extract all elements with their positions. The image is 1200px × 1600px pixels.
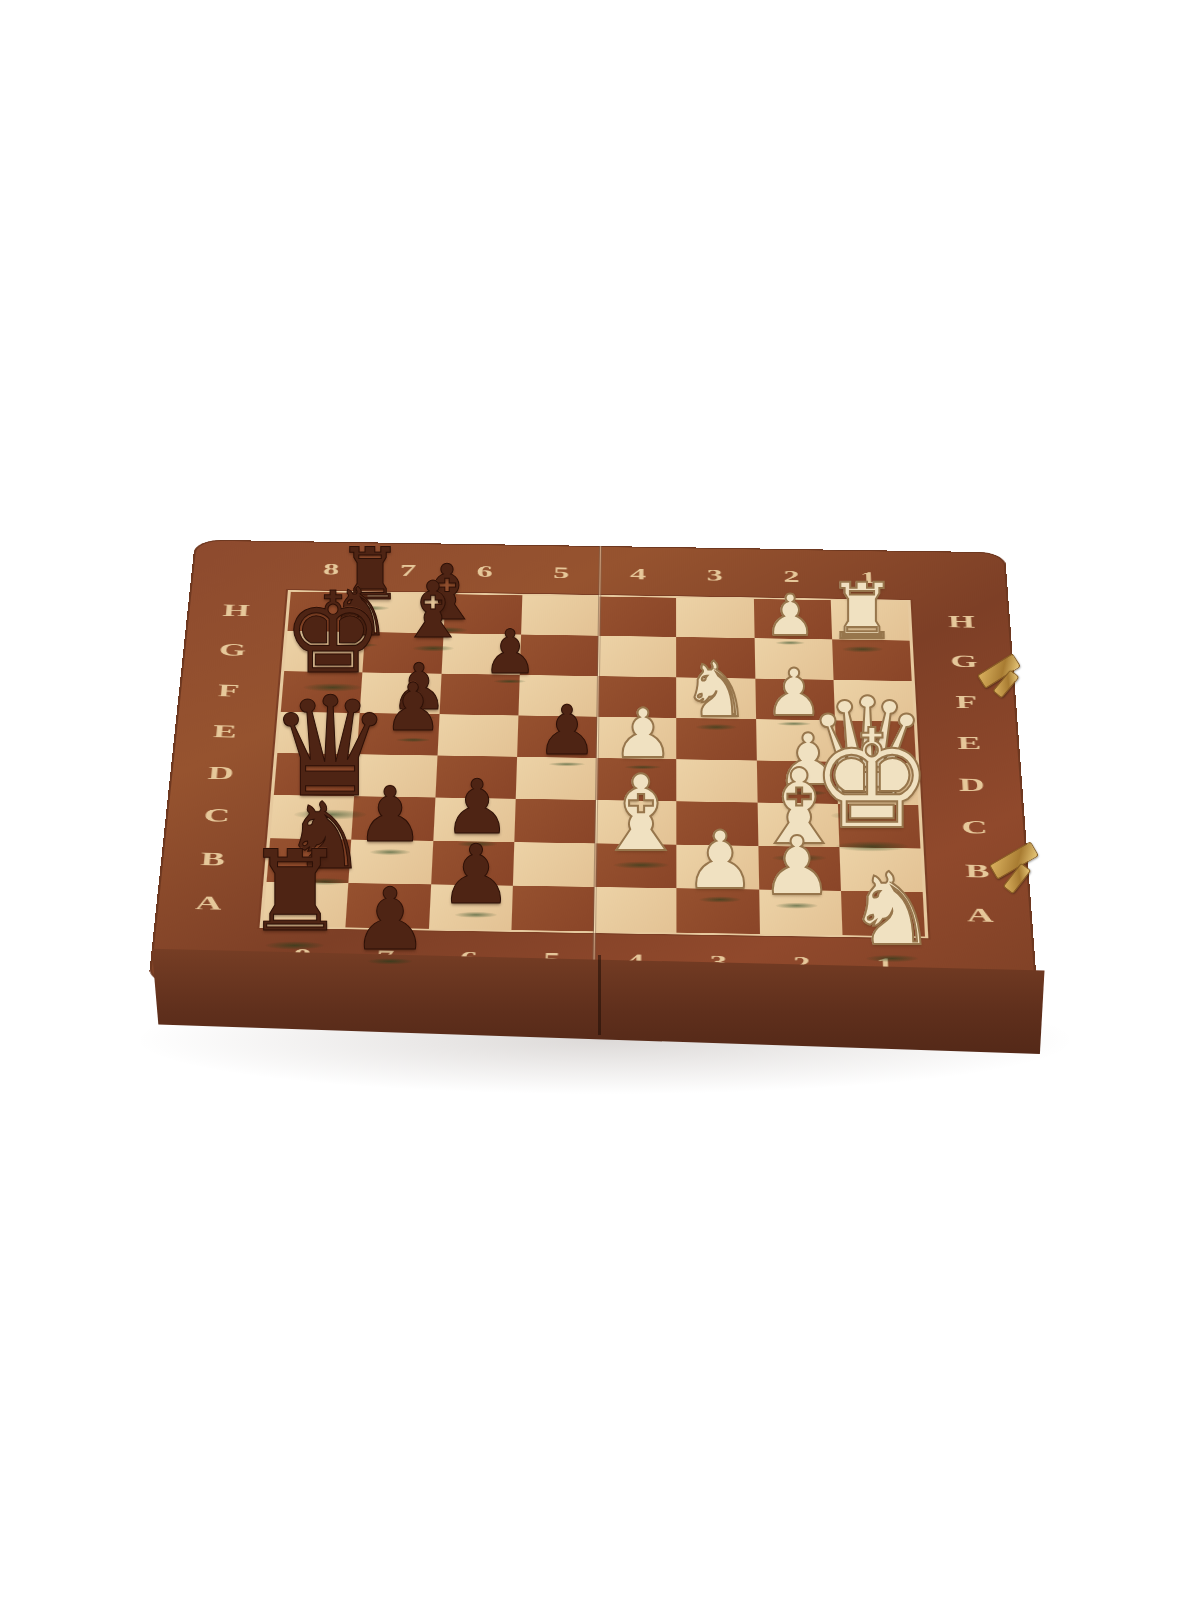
piece-white-knight-a1[interactable]: ♞ bbox=[847, 860, 937, 960]
file-label-left-d: D bbox=[207, 762, 235, 783]
piece-white-pawn-b2[interactable]: ♟ bbox=[761, 826, 834, 907]
square-h4[interactable] bbox=[599, 597, 677, 638]
file-label-right-b: B bbox=[964, 860, 990, 882]
file-label-right-h: H bbox=[947, 612, 975, 632]
felt-shadow bbox=[368, 958, 413, 964]
file-label-right-f: F bbox=[955, 692, 978, 713]
piece-white-knight-f3[interactable]: ♞ bbox=[682, 652, 750, 728]
square-a4[interactable] bbox=[594, 887, 677, 933]
file-label-left-h: H bbox=[222, 600, 251, 620]
file-label-left-c: C bbox=[203, 805, 231, 827]
square-b5[interactable] bbox=[513, 842, 596, 887]
rank-label-back-5: 5 bbox=[553, 563, 570, 582]
piece-black-pawn-b6[interactable]: ♟ bbox=[439, 834, 513, 916]
square-h3[interactable] bbox=[676, 598, 754, 639]
square-c5[interactable] bbox=[514, 799, 596, 843]
piece-white-pawn-h2[interactable]: ♟ bbox=[764, 587, 815, 644]
felt-shadow bbox=[775, 641, 805, 645]
piece-white-bishop-c4[interactable]: ♝ bbox=[594, 762, 688, 867]
rank-label-back-4: 4 bbox=[630, 564, 646, 583]
file-label-left-f: F bbox=[217, 680, 240, 701]
square-e6[interactable] bbox=[437, 714, 518, 757]
file-label-right-c: C bbox=[961, 817, 988, 839]
piece-black-bishop-h7[interactable]: ♝ bbox=[398, 571, 468, 649]
felt-shadow bbox=[842, 646, 882, 651]
piece-black-rook-a8[interactable]: ♜ bbox=[245, 835, 345, 947]
square-d3[interactable] bbox=[676, 759, 757, 802]
felt-shadow bbox=[696, 724, 736, 729]
file-label-left-b: B bbox=[200, 848, 226, 870]
file-label-right-d: D bbox=[958, 774, 985, 795]
felt-shadow bbox=[614, 861, 669, 868]
felt-shadow bbox=[866, 955, 918, 962]
piece-white-pawn-b3[interactable]: ♟ bbox=[684, 821, 756, 901]
felt-shadow bbox=[370, 849, 410, 854]
file-label-right-g: G bbox=[950, 651, 978, 671]
rank-label-back-3: 3 bbox=[707, 565, 723, 584]
felt-shadow bbox=[396, 738, 430, 743]
piece-black-pawn-a7[interactable]: ♟ bbox=[351, 876, 428, 962]
piece-white-rook-h1[interactable]: ♜ bbox=[827, 573, 896, 650]
file-label-right-a: A bbox=[966, 904, 994, 927]
piece-black-pawn-g6[interactable]: ♟ bbox=[483, 621, 538, 682]
file-label-left-g: G bbox=[218, 640, 247, 660]
felt-shadow bbox=[455, 912, 498, 918]
square-g4[interactable] bbox=[598, 636, 676, 677]
file-label-left-a: A bbox=[194, 892, 223, 915]
file-label-left-e: E bbox=[212, 721, 238, 742]
felt-shadow bbox=[836, 842, 907, 852]
file-label-right-e: E bbox=[957, 733, 982, 754]
felt-shadow bbox=[776, 903, 818, 909]
case-front-seam bbox=[598, 955, 601, 1035]
square-a5[interactable] bbox=[511, 886, 594, 932]
piece-black-pawn-e5[interactable]: ♟ bbox=[537, 697, 598, 765]
piece-black-pawn-f7[interactable]: ♟ bbox=[383, 675, 442, 741]
felt-shadow bbox=[266, 942, 324, 950]
product-photo-stage: HGFEDCBAHGFEDCBA8765432187654321 ♜♝♞♝♚♟♟… bbox=[0, 0, 1200, 1600]
felt-shadow bbox=[699, 897, 741, 903]
felt-shadow bbox=[549, 762, 584, 767]
felt-shadow bbox=[494, 679, 526, 683]
